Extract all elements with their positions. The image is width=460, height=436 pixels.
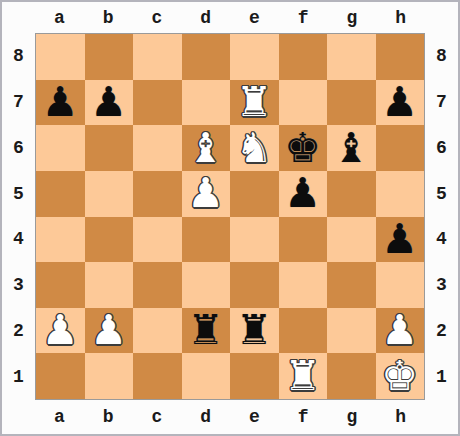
chess-board: ♟♟♜♟♝♞♚♝♟♟♟♟♟♜♜♟♜♚ [35, 33, 425, 400]
piece-white-bishop[interactable]: ♝ [187, 128, 224, 169]
piece-black-rook[interactable]: ♜ [236, 310, 273, 351]
square-c2[interactable] [133, 308, 182, 354]
square-g8[interactable] [327, 34, 376, 80]
file-label-h: h [376, 2, 425, 33]
file-label-c: c [133, 2, 182, 33]
square-e3[interactable] [230, 262, 279, 308]
file-label-h: h [376, 400, 425, 434]
piece-white-pawn[interactable]: ♟ [187, 173, 224, 214]
rank-label-1: 1 [2, 354, 35, 400]
square-c3[interactable] [133, 262, 182, 308]
square-d7[interactable] [182, 80, 231, 126]
square-d3[interactable] [182, 262, 231, 308]
square-f4[interactable] [279, 217, 328, 263]
square-f6[interactable]: ♚ [279, 125, 328, 171]
square-d2[interactable]: ♜ [182, 308, 231, 354]
square-c4[interactable] [133, 217, 182, 263]
square-d1[interactable] [182, 353, 231, 399]
square-a1[interactable] [36, 353, 85, 399]
rank-label-7: 7 [2, 79, 35, 125]
square-e1[interactable] [230, 353, 279, 399]
square-g2[interactable] [327, 308, 376, 354]
piece-black-rook[interactable]: ♜ [187, 310, 224, 351]
piece-white-king[interactable]: ♚ [381, 356, 418, 397]
square-h5[interactable] [376, 171, 425, 217]
file-label-f: f [279, 400, 328, 434]
piece-white-pawn[interactable]: ♟ [90, 310, 127, 351]
square-f2[interactable] [279, 308, 328, 354]
square-c6[interactable] [133, 125, 182, 171]
square-h8[interactable] [376, 34, 425, 80]
file-label-a: a [35, 400, 84, 434]
square-f8[interactable] [279, 34, 328, 80]
rank-label-6: 6 [2, 125, 35, 171]
file-label-c: c [133, 400, 182, 434]
square-a8[interactable] [36, 34, 85, 80]
rank-label-4: 4 [2, 217, 35, 263]
square-g6[interactable]: ♝ [327, 125, 376, 171]
piece-black-bishop[interactable]: ♝ [333, 128, 370, 169]
square-b4[interactable] [85, 217, 134, 263]
piece-black-pawn[interactable]: ♟ [90, 82, 127, 123]
square-c5[interactable] [133, 171, 182, 217]
piece-black-pawn[interactable]: ♟ [42, 82, 79, 123]
rank-label-5: 5 [425, 171, 458, 217]
square-g5[interactable] [327, 171, 376, 217]
square-b1[interactable] [85, 353, 134, 399]
square-h4[interactable]: ♟ [376, 217, 425, 263]
piece-white-pawn[interactable]: ♟ [42, 310, 79, 351]
piece-black-king[interactable]: ♚ [284, 128, 321, 169]
square-e5[interactable] [230, 171, 279, 217]
rank-label-3: 3 [425, 262, 458, 308]
file-label-g: g [328, 400, 377, 434]
file-label-b: b [84, 400, 133, 434]
file-labels-top: abcdefgh [35, 2, 425, 33]
square-h7[interactable]: ♟ [376, 80, 425, 126]
piece-white-rook[interactable]: ♜ [284, 356, 321, 397]
file-label-d: d [181, 400, 230, 434]
square-b2[interactable]: ♟ [85, 308, 134, 354]
square-h2[interactable]: ♟ [376, 308, 425, 354]
square-b6[interactable] [85, 125, 134, 171]
chess-diagram: abcdefgh 87654321 ♟♟♜♟♝♞♚♝♟♟♟♟♟♜♜♟♜♚ 876… [0, 0, 460, 436]
piece-black-pawn[interactable]: ♟ [381, 82, 418, 123]
file-label-g: g [328, 2, 377, 33]
square-a7[interactable]: ♟ [36, 80, 85, 126]
piece-white-knight[interactable]: ♞ [236, 128, 273, 169]
square-h6[interactable] [376, 125, 425, 171]
square-h1[interactable]: ♚ [376, 353, 425, 399]
piece-black-pawn[interactable]: ♟ [284, 173, 321, 214]
rank-label-2: 2 [2, 308, 35, 354]
square-a2[interactable]: ♟ [36, 308, 85, 354]
file-label-a: a [35, 2, 84, 33]
square-a6[interactable] [36, 125, 85, 171]
rank-label-2: 2 [425, 308, 458, 354]
rank-labels-right: 87654321 [425, 33, 458, 400]
rank-label-3: 3 [2, 262, 35, 308]
square-a4[interactable] [36, 217, 85, 263]
square-g1[interactable] [327, 353, 376, 399]
square-f7[interactable] [279, 80, 328, 126]
piece-white-rook[interactable]: ♜ [236, 82, 273, 123]
square-a3[interactable] [36, 262, 85, 308]
square-g3[interactable] [327, 262, 376, 308]
square-a5[interactable] [36, 171, 85, 217]
square-b3[interactable] [85, 262, 134, 308]
rank-label-6: 6 [425, 125, 458, 171]
file-label-e: e [230, 400, 279, 434]
piece-white-pawn[interactable]: ♟ [381, 310, 418, 351]
square-f5[interactable]: ♟ [279, 171, 328, 217]
square-b8[interactable] [85, 34, 134, 80]
file-label-f: f [279, 2, 328, 33]
rank-label-7: 7 [425, 79, 458, 125]
rank-label-5: 5 [2, 171, 35, 217]
file-label-d: d [181, 2, 230, 33]
file-label-b: b [84, 2, 133, 33]
square-e7[interactable]: ♜ [230, 80, 279, 126]
square-f1[interactable]: ♜ [279, 353, 328, 399]
square-d5[interactable]: ♟ [182, 171, 231, 217]
square-c8[interactable] [133, 34, 182, 80]
square-c1[interactable] [133, 353, 182, 399]
square-b5[interactable] [85, 171, 134, 217]
square-e2[interactable]: ♜ [230, 308, 279, 354]
square-f3[interactable] [279, 262, 328, 308]
piece-black-pawn[interactable]: ♟ [381, 219, 418, 260]
file-labels-bottom: abcdefgh [35, 400, 425, 434]
square-g4[interactable] [327, 217, 376, 263]
square-b7[interactable]: ♟ [85, 80, 134, 126]
square-d6[interactable]: ♝ [182, 125, 231, 171]
rank-label-8: 8 [2, 33, 35, 79]
square-g7[interactable] [327, 80, 376, 126]
square-d4[interactable] [182, 217, 231, 263]
rank-label-8: 8 [425, 33, 458, 79]
square-h3[interactable] [376, 262, 425, 308]
rank-label-1: 1 [425, 354, 458, 400]
square-e4[interactable] [230, 217, 279, 263]
square-e8[interactable] [230, 34, 279, 80]
rank-labels-left: 87654321 [2, 33, 35, 400]
file-label-e: e [230, 2, 279, 33]
square-e6[interactable]: ♞ [230, 125, 279, 171]
square-d8[interactable] [182, 34, 231, 80]
square-c7[interactable] [133, 80, 182, 126]
rank-label-4: 4 [425, 217, 458, 263]
